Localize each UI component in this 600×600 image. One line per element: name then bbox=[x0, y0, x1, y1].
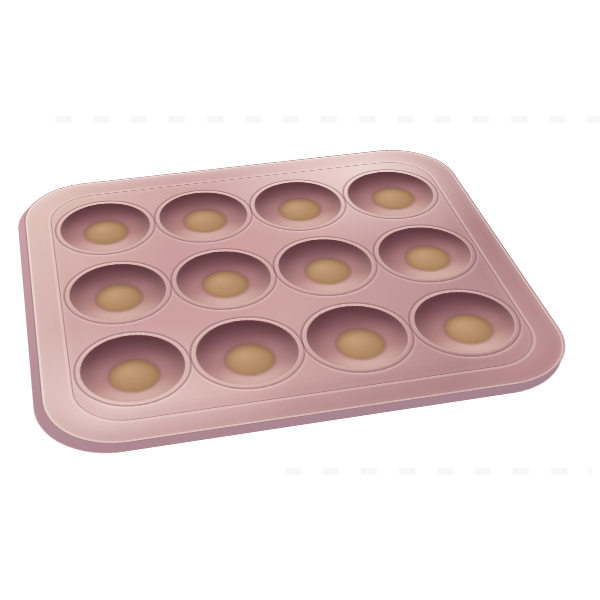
background-artifact-band-bottom bbox=[285, 468, 592, 475]
muffin-cup-12 bbox=[402, 287, 531, 359]
muffin-cup-9 bbox=[76, 329, 193, 409]
muffin-cup-2 bbox=[154, 188, 255, 244]
muffin-cup-5 bbox=[66, 259, 173, 326]
muffin-cup-7 bbox=[270, 235, 384, 298]
pan-top-face bbox=[21, 145, 589, 455]
muffin-pan-3d bbox=[21, 145, 589, 455]
background-artifact-band-top bbox=[55, 116, 600, 123]
muffin-cup-1 bbox=[58, 199, 156, 257]
photo-canvas bbox=[0, 0, 600, 600]
muffin-cup-6 bbox=[170, 247, 280, 312]
muffin-cup-3 bbox=[247, 178, 351, 232]
muffin-cup-10 bbox=[188, 315, 309, 392]
muffin-cup-11 bbox=[297, 301, 422, 376]
wells-grid bbox=[52, 162, 541, 420]
